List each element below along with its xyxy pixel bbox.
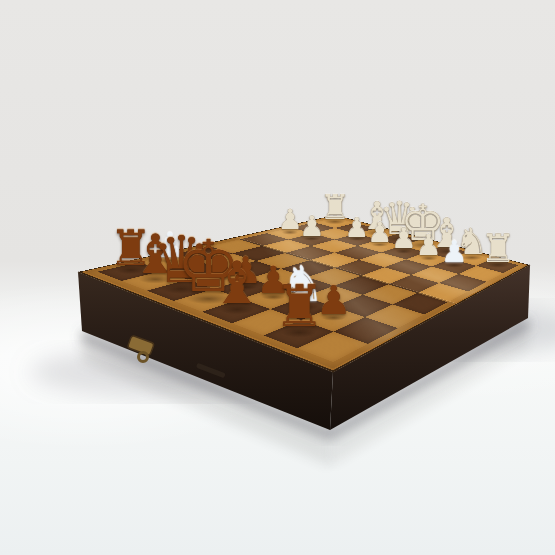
piece-white-p-b6[interactable]: ♟ bbox=[299, 212, 324, 240]
piece-brown-b-e1[interactable]: ♝ bbox=[211, 254, 263, 312]
piece-white-r-h8[interactable]: ♜ bbox=[480, 228, 515, 267]
piece-white-p-e7[interactable]: ♟ bbox=[391, 225, 417, 254]
piece-white-p-c7[interactable]: ♟ bbox=[345, 213, 370, 240]
piece-white-p-d7[interactable]: ♟ bbox=[367, 219, 392, 247]
piece-white-p-f7[interactable]: ♟ bbox=[415, 231, 441, 260]
piece-brown-r-g1[interactable]: ♜ bbox=[274, 279, 325, 336]
scene: ♜♟♝♟♟♛♚♟♝♟♞♟♟♜♟♜♟♝♟♛♟♚♞♝♟♜ bbox=[0, 0, 555, 555]
piece-white-p-g7[interactable]: ♟ bbox=[441, 238, 468, 268]
pieces-layer: ♜♟♝♟♟♛♚♟♝♟♞♟♟♜♟♜♟♝♟♛♟♚♞♝♟♜ bbox=[0, 0, 555, 555]
